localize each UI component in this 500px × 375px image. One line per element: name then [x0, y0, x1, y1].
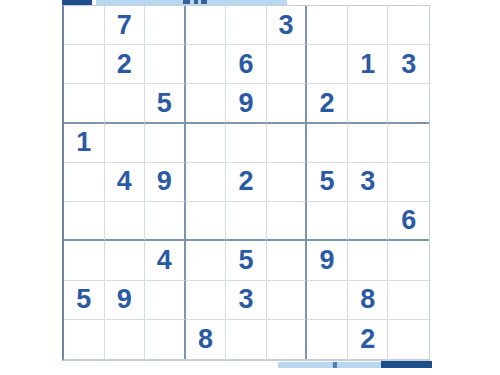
- cell-r8c5[interactable]: 3: [226, 281, 267, 320]
- cell-r2c5[interactable]: 6: [226, 45, 267, 84]
- cell-r3c5[interactable]: 9: [226, 84, 267, 123]
- cell-r2c7[interactable]: [307, 45, 348, 84]
- cell-r1c3[interactable]: [145, 6, 186, 45]
- cell-r1c9[interactable]: [388, 6, 429, 45]
- cell-r2c3[interactable]: [145, 45, 186, 84]
- cell-r2c2[interactable]: 2: [105, 45, 146, 84]
- cell-r5c3[interactable]: 9: [145, 163, 186, 202]
- cell-r8c6[interactable]: [267, 281, 308, 320]
- cell-r5c6[interactable]: [267, 163, 308, 202]
- cell-r5c1[interactable]: [64, 163, 105, 202]
- cell-r9c2[interactable]: [105, 320, 146, 359]
- cell-r4c4[interactable]: [186, 124, 227, 163]
- cropped-content-mark: [201, 0, 207, 4]
- cropped-content-mark: [194, 0, 198, 4]
- cell-r7c9[interactable]: [388, 241, 429, 280]
- cell-r5c2[interactable]: 4: [105, 163, 146, 202]
- cell-r7c5[interactable]: 5: [226, 241, 267, 280]
- cell-r6c4[interactable]: [186, 202, 227, 241]
- sudoku-board: 7326135921492536459593882: [62, 5, 430, 361]
- cell-r9c3[interactable]: [145, 320, 186, 359]
- cell-r4c3[interactable]: [145, 124, 186, 163]
- cell-r7c7[interactable]: 9: [307, 241, 348, 280]
- cell-r6c8[interactable]: [348, 202, 389, 241]
- cell-r5c5[interactable]: 2: [226, 163, 267, 202]
- cell-r1c6[interactable]: 3: [267, 6, 308, 45]
- cropped-fragment-bottom-navy: [381, 361, 432, 368]
- cell-r6c5[interactable]: [226, 202, 267, 241]
- cell-r1c5[interactable]: [226, 6, 267, 45]
- cell-r3c2[interactable]: [105, 84, 146, 123]
- cell-r5c7[interactable]: 5: [307, 163, 348, 202]
- cell-r8c9[interactable]: [388, 281, 429, 320]
- cell-r8c7[interactable]: [307, 281, 348, 320]
- cell-r8c2[interactable]: 9: [105, 281, 146, 320]
- cell-r7c2[interactable]: [105, 241, 146, 280]
- cropped-fragment-bottom-lightblue-2: [337, 362, 381, 368]
- cell-r3c9[interactable]: [388, 84, 429, 123]
- cell-r6c2[interactable]: [105, 202, 146, 241]
- cell-r1c1[interactable]: [64, 6, 105, 45]
- cell-r3c4[interactable]: [186, 84, 227, 123]
- cell-r8c3[interactable]: [145, 281, 186, 320]
- cell-r4c5[interactable]: [226, 124, 267, 163]
- cell-r3c1[interactable]: [64, 84, 105, 123]
- cell-r2c4[interactable]: [186, 45, 227, 84]
- cell-r2c8[interactable]: 1: [348, 45, 389, 84]
- cell-r1c2[interactable]: 7: [105, 6, 146, 45]
- cell-r9c1[interactable]: [64, 320, 105, 359]
- cell-r1c4[interactable]: [186, 6, 227, 45]
- cell-r4c9[interactable]: [388, 124, 429, 163]
- cell-r3c8[interactable]: [348, 84, 389, 123]
- cell-r7c3[interactable]: 4: [145, 241, 186, 280]
- cell-r8c8[interactable]: 8: [348, 281, 389, 320]
- cell-r3c6[interactable]: [267, 84, 308, 123]
- cell-r8c4[interactable]: [186, 281, 227, 320]
- cell-r7c4[interactable]: [186, 241, 227, 280]
- cell-r9c8[interactable]: 2: [348, 320, 389, 359]
- cell-r8c1[interactable]: 5: [64, 281, 105, 320]
- cell-r1c8[interactable]: [348, 6, 389, 45]
- cell-r5c8[interactable]: 3: [348, 163, 389, 202]
- cell-r4c7[interactable]: [307, 124, 348, 163]
- cell-r5c4[interactable]: [186, 163, 227, 202]
- cell-r2c9[interactable]: 3: [388, 45, 429, 84]
- cell-r4c1[interactable]: 1: [64, 124, 105, 163]
- cell-r9c4[interactable]: 8: [186, 320, 227, 359]
- cell-r6c7[interactable]: [307, 202, 348, 241]
- cell-r3c3[interactable]: 5: [145, 84, 186, 123]
- cropped-content-mark: [183, 0, 190, 4]
- cell-r7c8[interactable]: [348, 241, 389, 280]
- cell-r7c1[interactable]: [64, 241, 105, 280]
- cell-r9c5[interactable]: [226, 320, 267, 359]
- cell-r7c6[interactable]: [267, 241, 308, 280]
- cell-r4c8[interactable]: [348, 124, 389, 163]
- cell-r9c7[interactable]: [307, 320, 348, 359]
- cell-r4c2[interactable]: [105, 124, 146, 163]
- cell-r6c3[interactable]: [145, 202, 186, 241]
- cell-r2c6[interactable]: [267, 45, 308, 84]
- cell-r9c6[interactable]: [267, 320, 308, 359]
- cropped-fragment-bottom-lightblue-1: [278, 362, 333, 368]
- cell-r9c9[interactable]: [388, 320, 429, 359]
- cell-r2c1[interactable]: [64, 45, 105, 84]
- cell-r6c1[interactable]: [64, 202, 105, 241]
- cell-r4c6[interactable]: [267, 124, 308, 163]
- cell-r1c7[interactable]: [307, 6, 348, 45]
- cell-r3c7[interactable]: 2: [307, 84, 348, 123]
- cell-r6c6[interactable]: [267, 202, 308, 241]
- cell-r6c9[interactable]: 6: [388, 202, 429, 241]
- cell-r5c9[interactable]: [388, 163, 429, 202]
- sudoku-page: 7326135921492536459593882: [0, 0, 500, 375]
